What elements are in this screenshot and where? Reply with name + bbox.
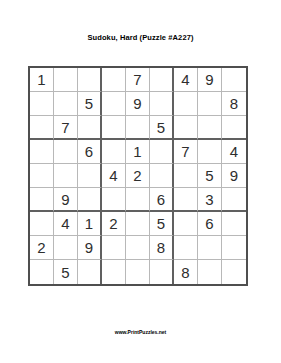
cell-r4c8[interactable] [198, 140, 222, 164]
cell-r1c4[interactable] [102, 68, 126, 92]
cell-r8c1[interactable]: 2 [30, 236, 54, 260]
cell-r1c6[interactable] [150, 68, 174, 92]
cell-r3c4[interactable] [102, 116, 126, 140]
cell-r2c9[interactable]: 8 [222, 92, 246, 116]
given-digit: 9 [133, 96, 141, 111]
footer-url: www.PrintPuzzles.net [0, 329, 281, 335]
given-digit: 5 [205, 168, 213, 183]
given-digit: 5 [85, 96, 93, 111]
cell-r6c8[interactable]: 3 [198, 188, 222, 212]
given-digit: 1 [85, 216, 93, 231]
cell-r2c4[interactable] [102, 92, 126, 116]
cell-r4c3[interactable]: 6 [78, 140, 102, 164]
cell-r3c1[interactable] [30, 116, 54, 140]
given-digit: 4 [230, 144, 238, 159]
given-digit: 5 [157, 120, 165, 135]
given-digit: 4 [61, 216, 69, 231]
cell-r7c9[interactable] [222, 212, 246, 236]
cell-r4c6[interactable] [150, 140, 174, 164]
cell-r3c2[interactable]: 7 [54, 116, 78, 140]
given-digit: 8 [230, 96, 238, 111]
cell-r9c7[interactable]: 8 [174, 260, 198, 284]
cell-r2c7[interactable] [174, 92, 198, 116]
cell-r7c6[interactable]: 5 [150, 212, 174, 236]
cell-r3c3[interactable] [78, 116, 102, 140]
cell-r5c9[interactable]: 9 [222, 164, 246, 188]
given-digit: 4 [109, 168, 117, 183]
cell-r6c2[interactable]: 9 [54, 188, 78, 212]
given-digit: 9 [205, 72, 213, 87]
given-digit: 9 [230, 168, 238, 183]
given-digit: 9 [61, 192, 69, 207]
given-digit: 2 [37, 240, 45, 255]
given-digit: 4 [181, 72, 189, 87]
cell-r2c8[interactable] [198, 92, 222, 116]
cell-r9c1[interactable] [30, 260, 54, 284]
cell-r4c9[interactable]: 4 [222, 140, 246, 164]
cell-r4c4[interactable] [102, 140, 126, 164]
cell-r9c5[interactable] [126, 260, 150, 284]
cell-r5c6[interactable] [150, 164, 174, 188]
cell-r8c5[interactable] [126, 236, 150, 260]
cell-r7c3[interactable]: 1 [78, 212, 102, 236]
given-digit: 1 [37, 72, 45, 87]
puzzle-title: Sudoku, Hard (Puzzle #A227) [0, 33, 281, 42]
cell-r8c4[interactable] [102, 236, 126, 260]
cell-r5c7[interactable] [174, 164, 198, 188]
given-digit: 2 [133, 168, 141, 183]
cell-r3c8[interactable] [198, 116, 222, 140]
cell-r7c7[interactable] [174, 212, 198, 236]
given-digit: 3 [205, 192, 213, 207]
cell-r1c2[interactable] [54, 68, 78, 92]
cell-r9c9[interactable] [222, 260, 246, 284]
cell-r6c5[interactable] [126, 188, 150, 212]
cell-r7c4[interactable]: 2 [102, 212, 126, 236]
cell-r4c5[interactable]: 1 [126, 140, 150, 164]
given-digit: 7 [181, 144, 189, 159]
cell-r4c2[interactable] [54, 140, 78, 164]
cell-r6c1[interactable] [30, 188, 54, 212]
cell-r7c2[interactable]: 4 [54, 212, 78, 236]
cell-r4c7[interactable]: 7 [174, 140, 198, 164]
cell-r8c2[interactable] [54, 236, 78, 260]
cell-r9c4[interactable] [102, 260, 126, 284]
cell-r6c6[interactable]: 6 [150, 188, 174, 212]
given-digit: 5 [157, 216, 165, 231]
sudoku-board: 174959875617442599634125629858 [28, 66, 248, 286]
cell-r1c8[interactable]: 9 [198, 68, 222, 92]
cell-r2c2[interactable] [54, 92, 78, 116]
cell-r9c3[interactable] [78, 260, 102, 284]
cell-r7c8[interactable]: 6 [198, 212, 222, 236]
given-digit: 6 [85, 144, 93, 159]
cell-r8c8[interactable] [198, 236, 222, 260]
cell-r5c4[interactable]: 4 [102, 164, 126, 188]
cell-r8c6[interactable]: 8 [150, 236, 174, 260]
cell-r7c5[interactable] [126, 212, 150, 236]
cell-r1c5[interactable]: 7 [126, 68, 150, 92]
cell-r5c1[interactable] [30, 164, 54, 188]
given-digit: 1 [133, 144, 141, 159]
cell-r1c7[interactable]: 4 [174, 68, 198, 92]
given-digit: 9 [85, 240, 93, 255]
cell-r2c3[interactable]: 5 [78, 92, 102, 116]
cell-r5c2[interactable] [54, 164, 78, 188]
cell-r1c9[interactable] [222, 68, 246, 92]
cell-r8c3[interactable]: 9 [78, 236, 102, 260]
cell-r9c2[interactable]: 5 [54, 260, 78, 284]
cell-r3c9[interactable] [222, 116, 246, 140]
cell-r6c7[interactable] [174, 188, 198, 212]
cell-r3c5[interactable] [126, 116, 150, 140]
given-digit: 2 [109, 216, 117, 231]
page: Sudoku, Hard (Puzzle #A227) 174959875617… [0, 0, 281, 363]
cell-r2c5[interactable]: 9 [126, 92, 150, 116]
cell-r9c8[interactable] [198, 260, 222, 284]
cell-r5c8[interactable]: 5 [198, 164, 222, 188]
cell-r4c1[interactable] [30, 140, 54, 164]
cell-r6c3[interactable] [78, 188, 102, 212]
given-digit: 8 [157, 240, 165, 255]
cell-r2c1[interactable] [30, 92, 54, 116]
cell-r3c7[interactable] [174, 116, 198, 140]
cell-r7c1[interactable] [30, 212, 54, 236]
cell-r5c3[interactable] [78, 164, 102, 188]
cell-r8c7[interactable] [174, 236, 198, 260]
cell-r2c6[interactable] [150, 92, 174, 116]
given-digit: 7 [61, 120, 69, 135]
cell-r3c6[interactable]: 5 [150, 116, 174, 140]
cell-r1c3[interactable] [78, 68, 102, 92]
given-digit: 6 [205, 216, 213, 231]
cell-r6c4[interactable] [102, 188, 126, 212]
cell-r8c9[interactable] [222, 236, 246, 260]
given-digit: 6 [157, 192, 165, 207]
cell-r6c9[interactable] [222, 188, 246, 212]
given-digit: 8 [181, 265, 189, 280]
cell-r5c5[interactable]: 2 [126, 164, 150, 188]
given-digit: 7 [133, 72, 141, 87]
cell-r9c6[interactable] [150, 260, 174, 284]
given-digit: 5 [61, 265, 69, 280]
cell-r1c1[interactable]: 1 [30, 68, 54, 92]
